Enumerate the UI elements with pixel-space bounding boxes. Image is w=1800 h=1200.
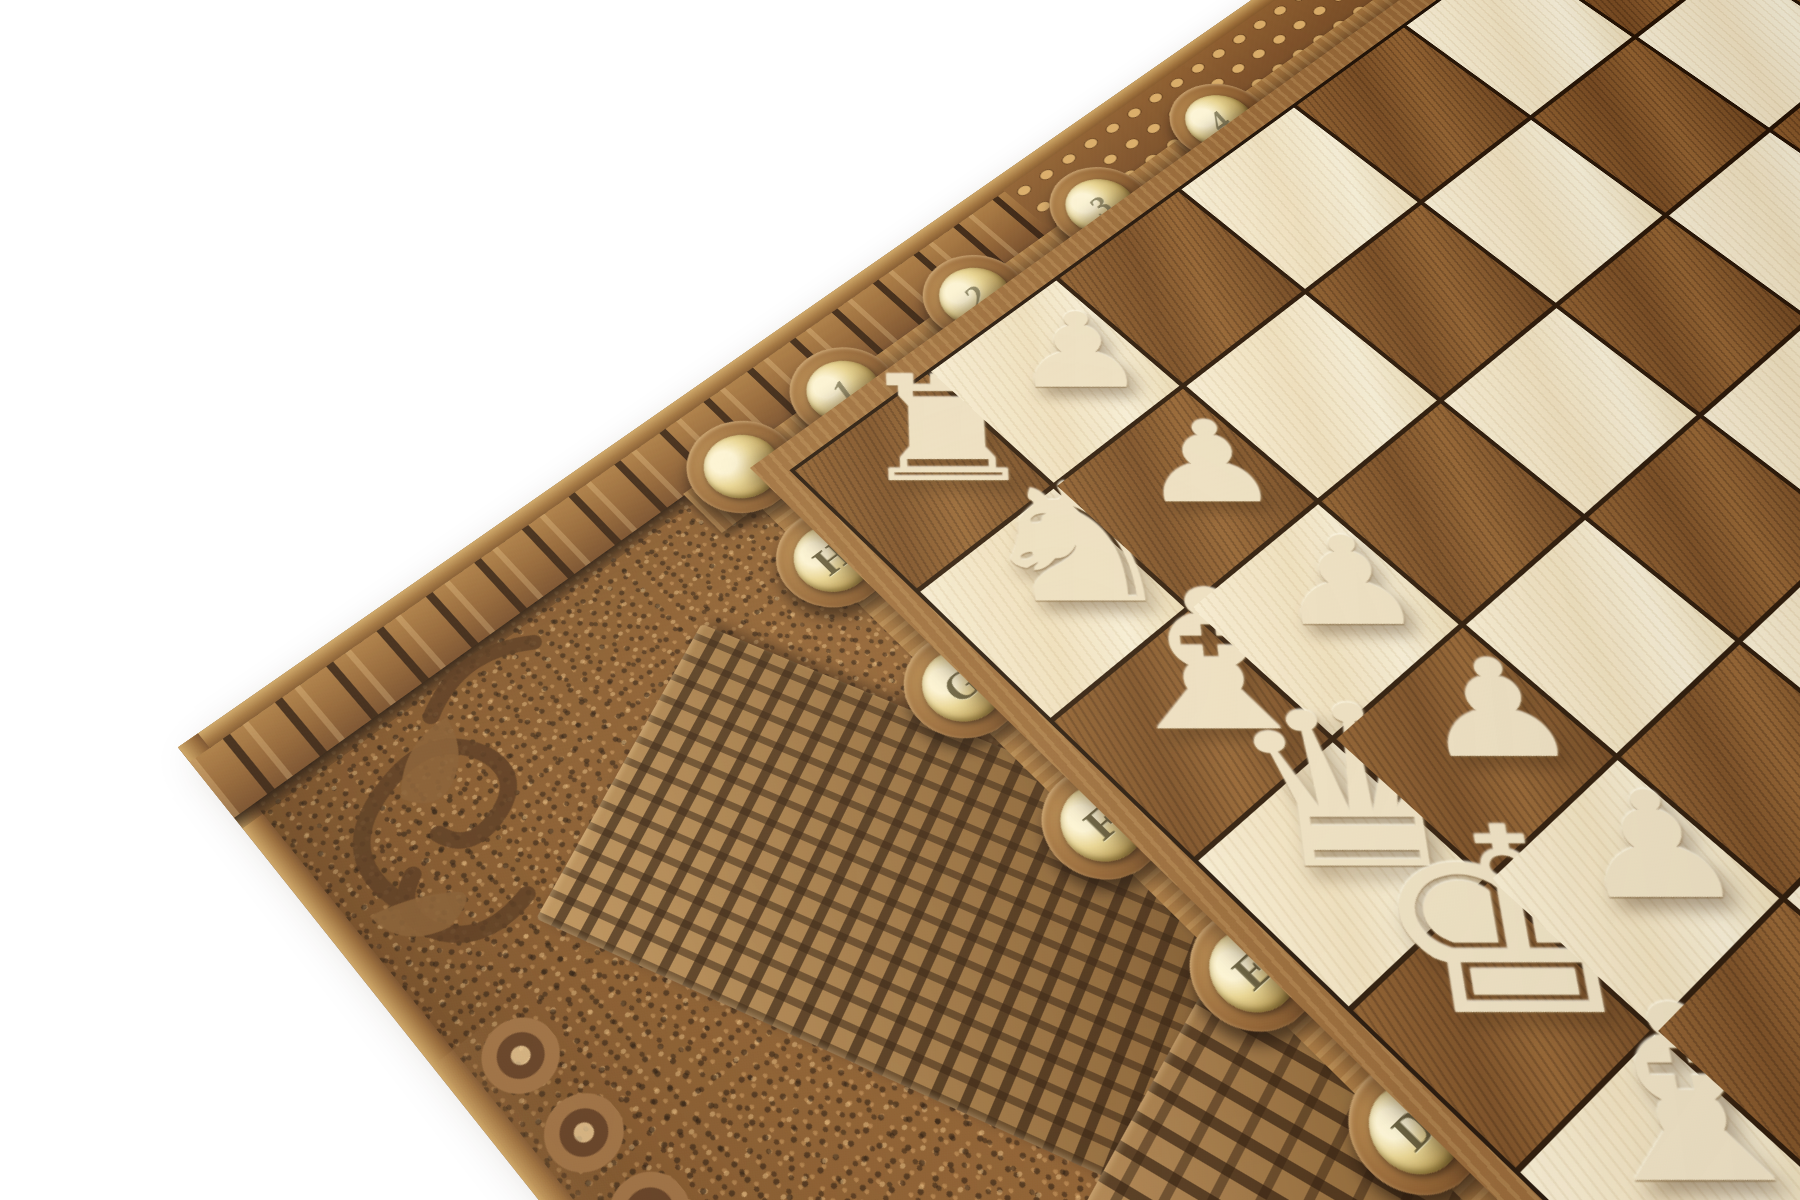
pawn-glyph: ♟ <box>1555 773 1758 921</box>
king-glyph: ♚ <box>1351 797 1688 1055</box>
square-f2[interactable]: ♟ <box>1192 504 1459 735</box>
square-c1[interactable]: ♝ <box>1520 1035 1800 1200</box>
square-d3[interactable] <box>1621 645 1800 895</box>
photo-scene: HGFED1234 ♜♟♞♟♝♟♛♟♚♟♝ <box>0 0 1800 1200</box>
square-c2[interactable] <box>1658 902 1800 1190</box>
carved-chess-plank: HGFED1234 ♜♟♞♟♝♟♛♟♚♟♝ <box>178 0 1800 1200</box>
square-d4[interactable] <box>1743 536 1800 771</box>
square-d2[interactable]: ♟ <box>1491 760 1779 1027</box>
bishop-glyph: ♝ <box>1533 975 1800 1200</box>
corner-medallion-label <box>688 422 795 512</box>
square-c3[interactable] <box>1787 778 1800 1047</box>
square-e3[interactable] <box>1466 520 1735 753</box>
